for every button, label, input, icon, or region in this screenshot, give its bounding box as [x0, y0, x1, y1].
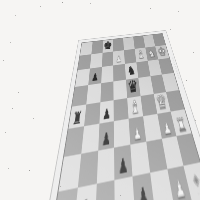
white-bishop[interactable]: ♝: [136, 49, 145, 61]
vinyl-board-margin: ♚♟♝♞♚♟♞♛♜♟♝♛♟♟♟♜♟♟♟♟◈··· ∙∙∙∙∙∙∙∙∙∙: [37, 30, 200, 200]
square-r3c3[interactable]: [114, 79, 128, 99]
white-pawn[interactable]: ♟: [133, 125, 143, 142]
black-rook[interactable]: ♜: [71, 109, 83, 127]
square-r5c2[interactable]: ♟: [98, 122, 114, 151]
black-pawn[interactable]: ♟: [103, 107, 111, 122]
square-r4c2[interactable]: ♟: [99, 100, 114, 124]
black-queen[interactable]: ♛: [127, 78, 139, 96]
white-knight[interactable]: ♞: [147, 48, 156, 59]
white-pawn[interactable]: ♟: [116, 55, 122, 64]
white-pawn[interactable]: ♟: [173, 178, 188, 200]
square-r6c2[interactable]: [96, 148, 114, 184]
square-r3c1[interactable]: [86, 83, 101, 104]
black-pawn[interactable]: ♟: [118, 155, 128, 177]
square-r5c1[interactable]: [81, 124, 99, 154]
black-pawn[interactable]: ♟: [78, 197, 91, 200]
black-pawn[interactable]: ♟: [137, 185, 150, 200]
square-r1c7[interactable]: ♚: [155, 45, 169, 59]
square-r3c2[interactable]: [100, 81, 114, 102]
black-king[interactable]: ♚: [103, 40, 112, 52]
square-r5c3[interactable]: [114, 119, 130, 148]
square-r4c1[interactable]: [84, 102, 100, 127]
playing-area: ♚♟♝♞♚♟♞♛♜♟♝♛♟♟♟♜♟♟♟♟◈···: [50, 33, 200, 200]
square-r7c0[interactable]: [51, 188, 77, 200]
square-r0c2[interactable]: ♚: [102, 39, 113, 52]
black-pawn[interactable]: ♟: [102, 130, 111, 148]
black-pawn[interactable]: ♟: [91, 72, 99, 83]
white-pawn[interactable]: ♟: [162, 120, 173, 137]
white-bishop[interactable]: ♝: [129, 98, 141, 117]
chessboard-photo: ♚♟♝♞♚♟♞♛♜♟♝♛♟♟♟♜♟♟♟♟◈··· ∙∙∙∙∙∙∙∙∙∙: [0, 0, 200, 200]
brand-logo-text: ···: [197, 190, 200, 197]
white-king[interactable]: ♚: [156, 45, 168, 58]
square-r6c1[interactable]: [78, 151, 98, 188]
brand-logo-icon: ◈: [191, 170, 200, 189]
square-r7c2[interactable]: [94, 180, 115, 200]
white-rook[interactable]: ♜: [175, 115, 189, 134]
square-r4c3[interactable]: [114, 98, 129, 122]
board-perspective-wrapper: ♚♟♝♞♚♟♞♛♜♟♝♛♟♟♟♜♟♟♟♟◈··· ∙∙∙∙∙∙∙∙∙∙: [37, 30, 200, 200]
dust-speckles: [0, 0, 1, 1]
